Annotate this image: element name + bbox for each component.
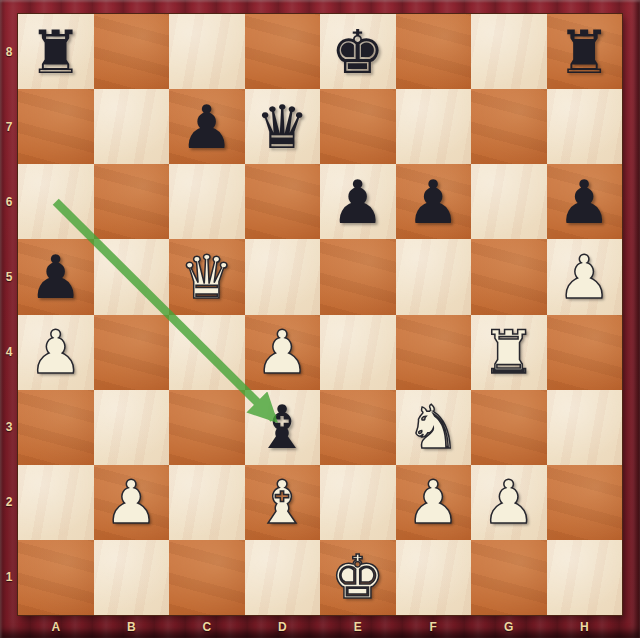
square-c1[interactable] [169,540,245,615]
file-label-d: D [245,617,321,638]
square-e5[interactable] [320,239,396,314]
square-f4[interactable] [396,315,472,390]
square-h4[interactable] [547,315,623,390]
piece-black-pawn-a5[interactable]: ♟ [18,239,94,314]
square-e4[interactable] [320,315,396,390]
square-f8[interactable] [396,14,472,89]
piece-black-pawn-f6[interactable]: ♟ [396,164,472,239]
piece-white-pawn-b2[interactable]: ♟ [94,465,170,540]
square-f5[interactable] [396,239,472,314]
square-h7[interactable] [547,89,623,164]
file-label-h: H [547,617,623,638]
piece-black-rook-a8[interactable]: ♜ [18,14,94,89]
square-g3[interactable] [471,390,547,465]
piece-black-rook-h8[interactable]: ♜ [547,14,623,89]
square-g8[interactable] [471,14,547,89]
file-label-g: G [471,617,547,638]
square-e2[interactable] [320,465,396,540]
square-d8[interactable] [245,14,321,89]
square-c3[interactable] [169,390,245,465]
square-b8[interactable] [94,14,170,89]
square-g1[interactable] [471,540,547,615]
square-a2[interactable] [18,465,94,540]
square-b1[interactable] [94,540,170,615]
piece-white-pawn-f2[interactable]: ♟ [396,465,472,540]
square-f7[interactable] [396,89,472,164]
rank-label-8: 8 [0,45,18,59]
file-label-e: E [320,617,396,638]
square-c8[interactable] [169,14,245,89]
piece-black-pawn-h6[interactable]: ♟ [547,164,623,239]
square-a6[interactable] [18,164,94,239]
piece-black-pawn-c7[interactable]: ♟ [169,89,245,164]
piece-white-king-e1[interactable]: ♚ [320,540,396,615]
piece-white-bishop-d2[interactable]: ♝ [245,465,321,540]
piece-white-pawn-a4[interactable]: ♟ [18,315,94,390]
rank-label-2: 2 [0,495,18,509]
square-a1[interactable] [18,540,94,615]
rank-label-3: 3 [0,420,18,434]
square-d1[interactable] [245,540,321,615]
square-b6[interactable] [94,164,170,239]
square-h2[interactable] [547,465,623,540]
square-b3[interactable] [94,390,170,465]
square-e3[interactable] [320,390,396,465]
piece-black-king-e8[interactable]: ♚ [320,14,396,89]
square-c6[interactable] [169,164,245,239]
piece-white-queen-c5[interactable]: ♛ [169,239,245,314]
rank-label-7: 7 [0,120,18,134]
square-c2[interactable] [169,465,245,540]
piece-black-queen-d7[interactable]: ♛ [245,89,321,164]
square-d5[interactable] [245,239,321,314]
file-label-f: F [396,617,472,638]
square-e7[interactable] [320,89,396,164]
square-b5[interactable] [94,239,170,314]
file-label-a: A [18,617,94,638]
rank-label-4: 4 [0,345,18,359]
piece-black-pawn-e6[interactable]: ♟ [320,164,396,239]
rank-label-5: 5 [0,270,18,284]
piece-white-rook-g4[interactable]: ♜ [471,315,547,390]
square-b4[interactable] [94,315,170,390]
square-f1[interactable] [396,540,472,615]
piece-black-bishop-d3[interactable]: ♝ [245,390,321,465]
file-label-b: B [94,617,170,638]
chess-diagram: 87654321ABCDEFGH ♜♚♜♟♛♟♟♟♟♛♟♟♟♜♝♞♟♝♟♟♚ [0,0,640,638]
square-g5[interactable] [471,239,547,314]
piece-white-knight-f3[interactable]: ♞ [396,390,472,465]
file-label-c: C [169,617,245,638]
square-a7[interactable] [18,89,94,164]
rank-label-1: 1 [0,570,18,584]
piece-white-pawn-d4[interactable]: ♟ [245,315,321,390]
square-b7[interactable] [94,89,170,164]
square-g6[interactable] [471,164,547,239]
rank-label-6: 6 [0,195,18,209]
piece-white-pawn-h5[interactable]: ♟ [547,239,623,314]
square-a3[interactable] [18,390,94,465]
square-g7[interactable] [471,89,547,164]
square-h1[interactable] [547,540,623,615]
square-h3[interactable] [547,390,623,465]
square-d6[interactable] [245,164,321,239]
piece-white-pawn-g2[interactable]: ♟ [471,465,547,540]
square-c4[interactable] [169,315,245,390]
